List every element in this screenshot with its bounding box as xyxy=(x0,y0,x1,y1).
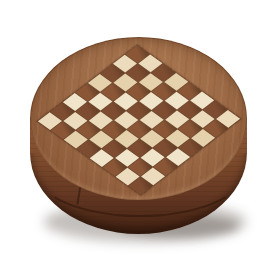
chess-board xyxy=(36,44,241,196)
product-photo-round-chess-box xyxy=(0,0,267,267)
box-top-face xyxy=(30,37,247,200)
